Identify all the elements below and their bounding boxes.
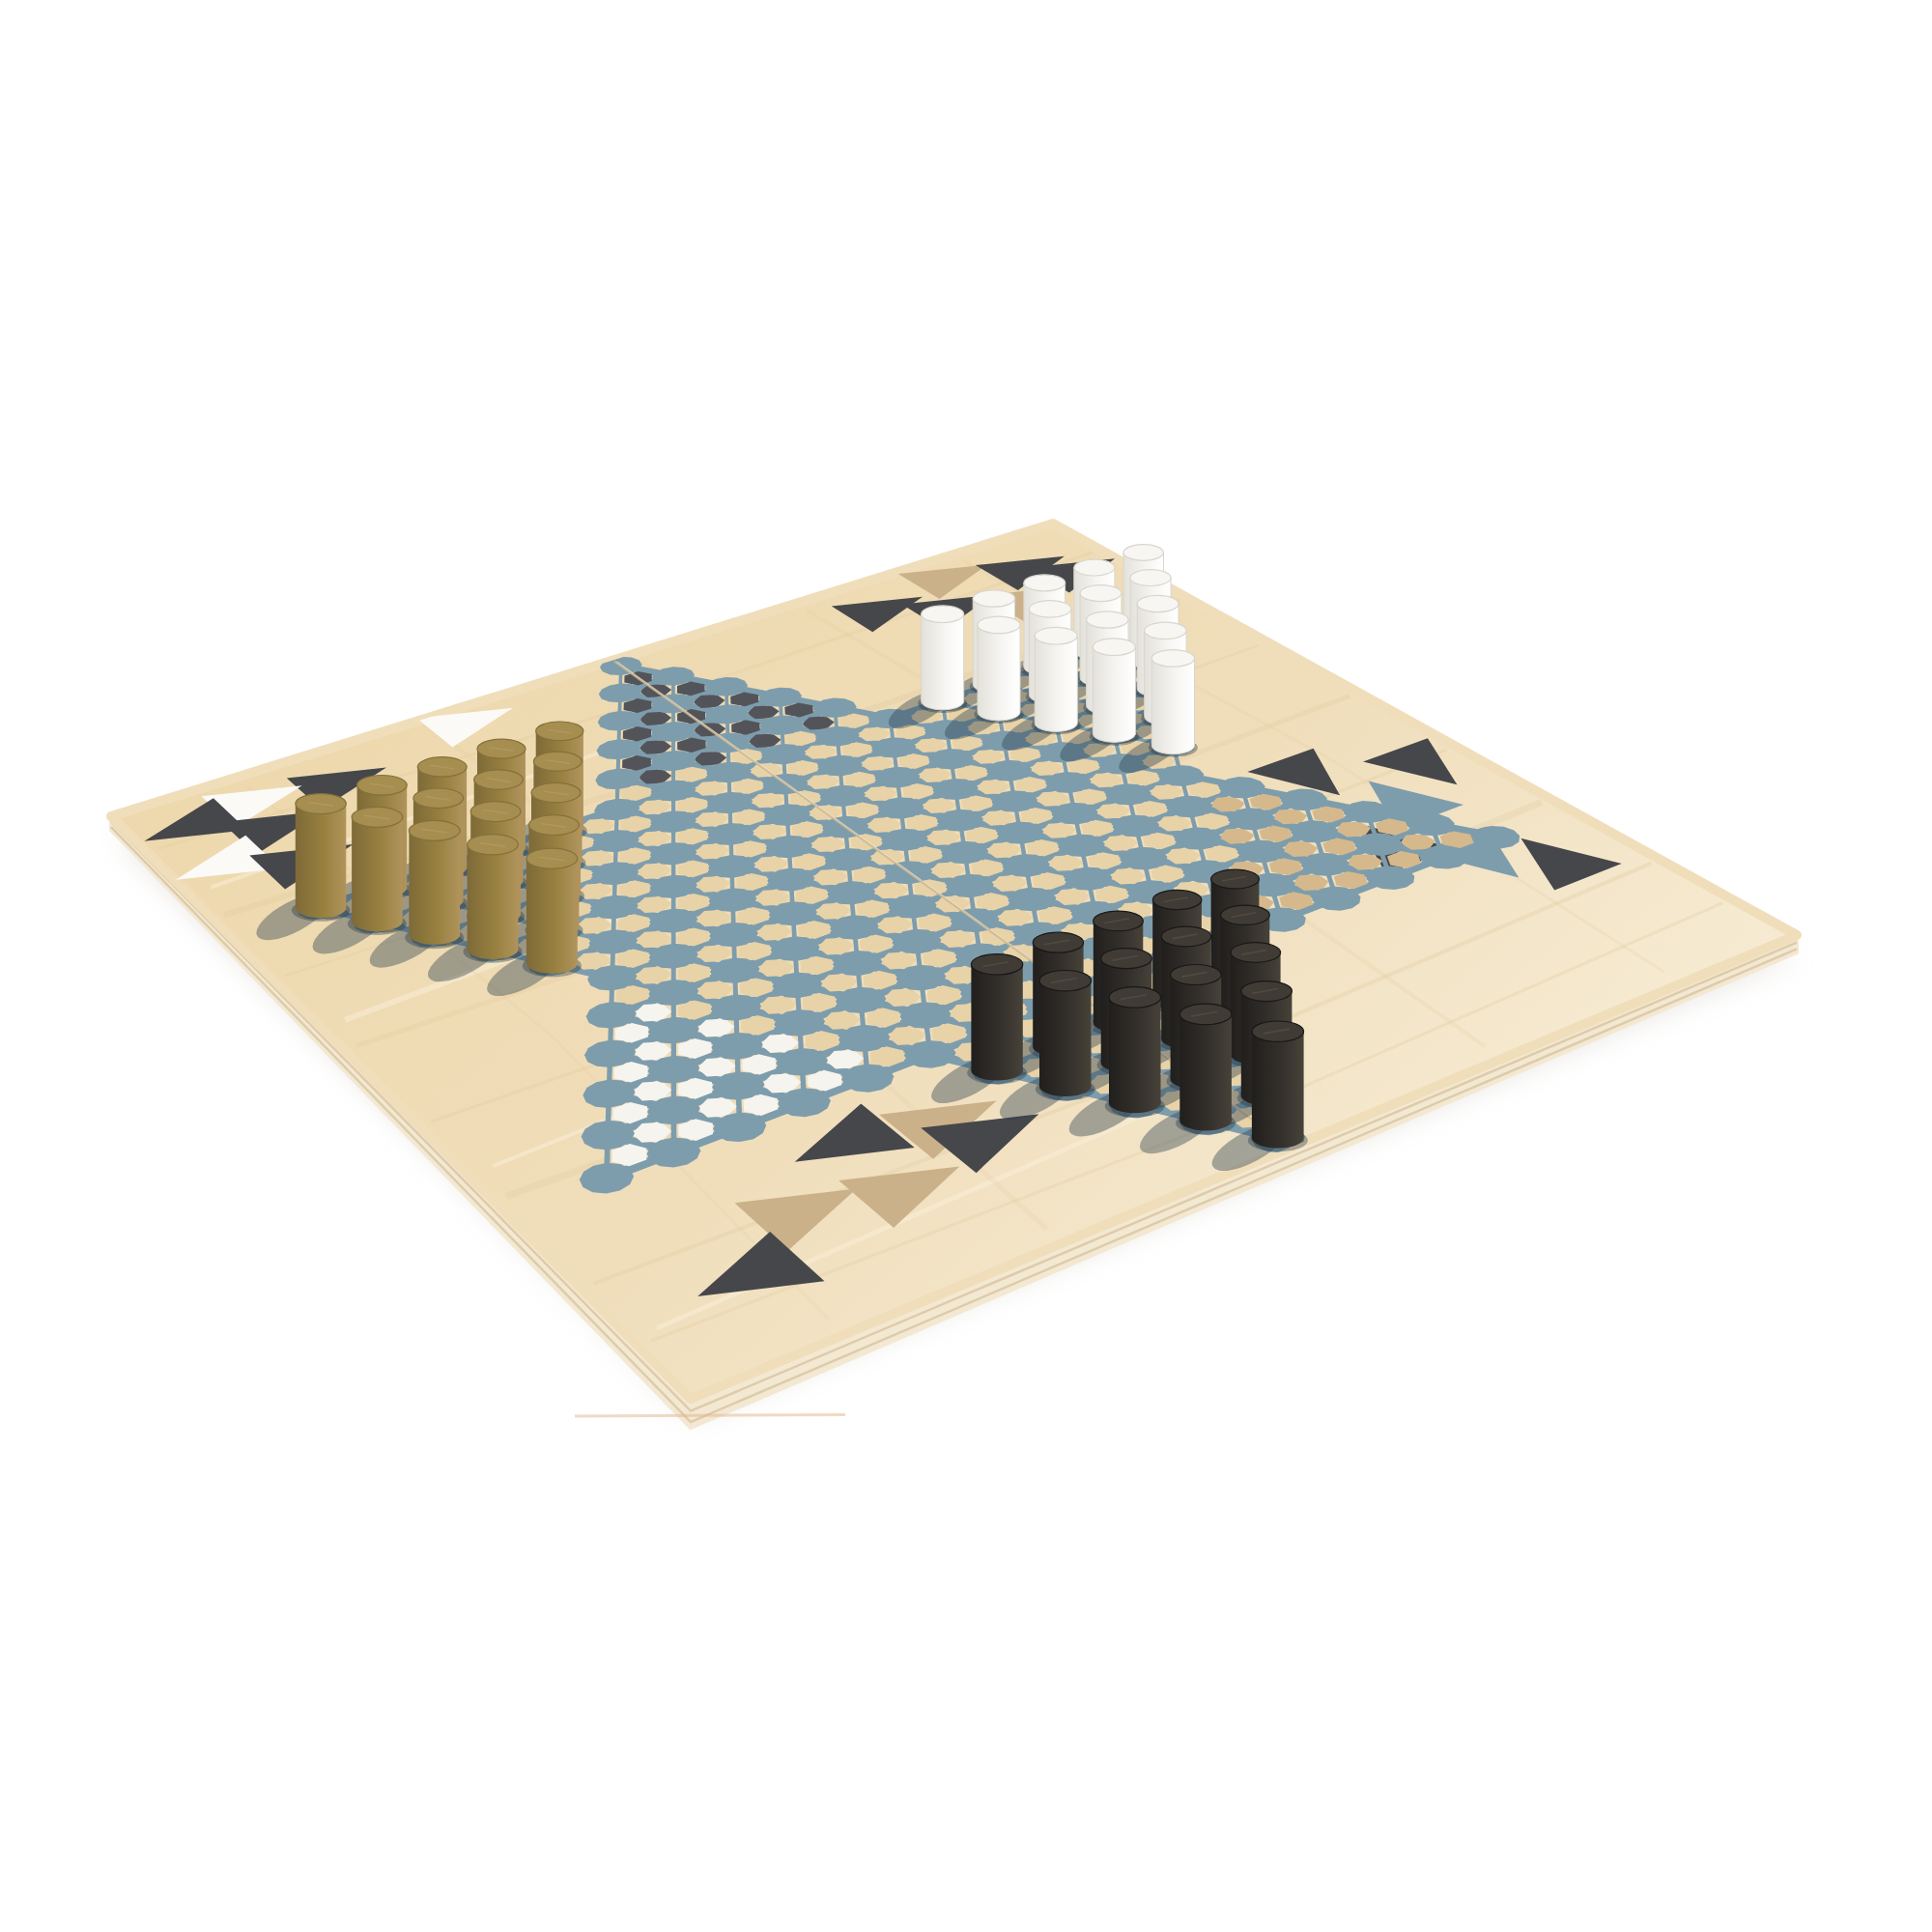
product-photo: [0, 0, 1932, 1932]
peg-top: [1024, 575, 1065, 591]
peg-body: [409, 831, 460, 945]
peg-top: [1137, 595, 1179, 611]
peg-body: [1039, 980, 1092, 1096]
peg-body: [1093, 647, 1135, 743]
peg-body: [971, 964, 1022, 1080]
peg-body: [978, 625, 1020, 721]
peg-body: [1035, 636, 1077, 731]
peg-top: [978, 616, 1020, 634]
peg-body: [1151, 658, 1194, 753]
peg-top: [1093, 639, 1135, 656]
peg-body: [922, 614, 964, 710]
peg-top: [1145, 622, 1186, 639]
peg-top: [1087, 611, 1128, 628]
chinese-checkers-board: [0, 0, 1932, 1932]
peg-top: [922, 606, 964, 623]
peg-top: [1151, 650, 1194, 668]
peg-top: [1029, 601, 1070, 617]
peg-body: [468, 844, 519, 959]
peg-body: [1252, 1032, 1304, 1149]
peg-top: [1080, 585, 1122, 602]
peg-top: [1074, 559, 1115, 576]
peg-top: [1123, 545, 1163, 561]
peg-top: [1035, 627, 1077, 644]
peg-body: [1179, 1014, 1232, 1131]
peg-body: [296, 804, 347, 918]
peg-top: [1130, 570, 1171, 586]
peg-body: [526, 859, 578, 974]
peg-body: [352, 817, 403, 931]
peg-top: [973, 590, 1014, 607]
peg-body: [1109, 997, 1161, 1113]
